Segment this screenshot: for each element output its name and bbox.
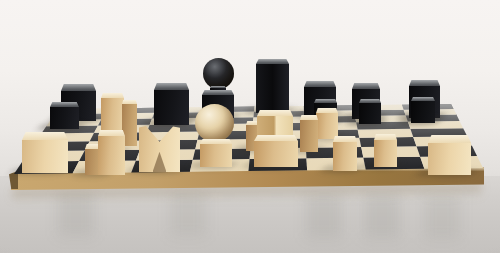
- photo-vignette: [0, 0, 500, 253]
- bauhaus-chess-photo: [0, 0, 500, 253]
